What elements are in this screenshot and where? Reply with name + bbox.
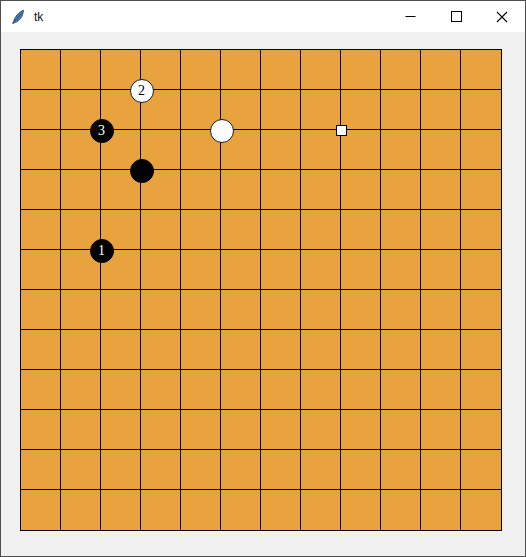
- board-cell: [61, 450, 101, 490]
- canvas-area: 123: [1, 32, 525, 556]
- board-cell: [181, 330, 221, 370]
- board-cell: [221, 290, 261, 330]
- board-cell: [301, 290, 341, 330]
- board-cell: [421, 210, 461, 250]
- board-cell: [141, 490, 181, 530]
- board-cell: [141, 330, 181, 370]
- maximize-icon: [451, 11, 462, 22]
- board-cell: [461, 250, 501, 290]
- window-controls: [387, 1, 525, 32]
- board-cell: [101, 330, 141, 370]
- board-cell: [381, 490, 421, 530]
- board-cell: [421, 330, 461, 370]
- board-cell: [101, 410, 141, 450]
- minimize-icon: [405, 11, 416, 22]
- board-cell: [261, 250, 301, 290]
- board-cell: [381, 290, 421, 330]
- board-cell: [461, 290, 501, 330]
- board-cell: [421, 370, 461, 410]
- board-cell: [341, 170, 381, 210]
- board-cell: [181, 250, 221, 290]
- board-cell: [141, 450, 181, 490]
- board-cell: [61, 290, 101, 330]
- board-cell: [381, 170, 421, 210]
- board-cell: [461, 210, 501, 250]
- board-cell: [21, 450, 61, 490]
- board-cell: [381, 410, 421, 450]
- board-cell: [341, 490, 381, 530]
- maximize-button[interactable]: [433, 1, 479, 32]
- board-cell: [341, 210, 381, 250]
- minimize-button[interactable]: [387, 1, 433, 32]
- board-cell: [301, 130, 341, 170]
- board-cell: [421, 90, 461, 130]
- board-cell: [341, 450, 381, 490]
- board-cell: [21, 490, 61, 530]
- board-cell: [261, 50, 301, 90]
- board-cell: [261, 210, 301, 250]
- board-cell: [421, 130, 461, 170]
- board-cell: [61, 170, 101, 210]
- board-cell: [461, 490, 501, 530]
- board-cell: [21, 330, 61, 370]
- go-stone-white[interactable]: [210, 119, 234, 143]
- board-cell: [381, 50, 421, 90]
- board-cell: [221, 490, 261, 530]
- board-cell: [61, 490, 101, 530]
- board-cell: [301, 370, 341, 410]
- go-stone-black-3[interactable]: 3: [90, 119, 114, 143]
- board-cell: [221, 370, 261, 410]
- board-cell: [421, 410, 461, 450]
- board-cell: [301, 210, 341, 250]
- board-cell: [261, 90, 301, 130]
- board-cell: [141, 210, 181, 250]
- board-cell: [181, 290, 221, 330]
- board-cell: [341, 370, 381, 410]
- board-cell: [301, 450, 341, 490]
- board-cell: [381, 250, 421, 290]
- board-cell: [421, 250, 461, 290]
- go-stone-black[interactable]: [130, 159, 154, 183]
- board-cell: [181, 410, 221, 450]
- board-cell: [101, 290, 141, 330]
- board-cell: [421, 490, 461, 530]
- board-cell: [461, 90, 501, 130]
- go-board[interactable]: 123: [20, 49, 502, 531]
- board-cell: [261, 290, 301, 330]
- board-cell: [141, 250, 181, 290]
- close-button[interactable]: [479, 1, 525, 32]
- board-cell: [461, 450, 501, 490]
- board-cell: [461, 410, 501, 450]
- board-cell: [421, 170, 461, 210]
- board-cell: [261, 370, 301, 410]
- board-cell: [261, 170, 301, 210]
- board-cell: [21, 210, 61, 250]
- board-cell: [221, 210, 261, 250]
- board-cell: [21, 170, 61, 210]
- board-cell: [341, 50, 381, 90]
- board-cell: [181, 50, 221, 90]
- board-cell: [301, 490, 341, 530]
- board-cell: [461, 170, 501, 210]
- board-cell: [381, 210, 421, 250]
- board-cell: [101, 490, 141, 530]
- board-cell: [301, 330, 341, 370]
- board-cell: [21, 50, 61, 90]
- board-cell: [301, 50, 341, 90]
- app-window: tk 123: [0, 0, 526, 557]
- board-cell: [221, 170, 261, 210]
- board-cell: [101, 370, 141, 410]
- board-cell: [341, 130, 381, 170]
- board-cell: [341, 90, 381, 130]
- board-cell: [261, 450, 301, 490]
- board-cell: [21, 90, 61, 130]
- board-cell: [181, 370, 221, 410]
- board-cell: [341, 290, 381, 330]
- board-cell: [461, 330, 501, 370]
- board-cell: [261, 130, 301, 170]
- board-cell: [341, 330, 381, 370]
- board-cell: [61, 410, 101, 450]
- window-title: tk: [34, 10, 43, 24]
- board-cell: [21, 370, 61, 410]
- board-cell: [461, 50, 501, 90]
- board-cell: [421, 450, 461, 490]
- board-cell: [21, 250, 61, 290]
- board-cell: [21, 410, 61, 450]
- board-cell: [21, 130, 61, 170]
- board-cell: [381, 130, 421, 170]
- board-cell: [301, 170, 341, 210]
- board-cell: [261, 330, 301, 370]
- board-cell: [181, 210, 221, 250]
- go-stone-black-1[interactable]: 1: [90, 239, 114, 263]
- board-cell: [181, 170, 221, 210]
- board-cell: [221, 250, 261, 290]
- board-cell: [61, 330, 101, 370]
- board-cell: [141, 290, 181, 330]
- board-cell: [461, 370, 501, 410]
- board-cell: [461, 130, 501, 170]
- close-icon: [496, 11, 508, 23]
- square-marker[interactable]: [336, 125, 347, 136]
- tkinter-feather-icon: [10, 9, 26, 25]
- board-cell: [101, 450, 141, 490]
- board-cell: [421, 50, 461, 90]
- board-cell: [261, 410, 301, 450]
- board-cell: [141, 370, 181, 410]
- board-cell: [301, 90, 341, 130]
- board-cell: [141, 410, 181, 450]
- board-cell: [61, 370, 101, 410]
- board-cell: [421, 290, 461, 330]
- board-cell: [221, 410, 261, 450]
- board-cell: [181, 450, 221, 490]
- board-cell: [221, 50, 261, 90]
- board-cell: [341, 410, 381, 450]
- go-stone-white-2[interactable]: 2: [130, 79, 154, 103]
- board-cell: [261, 490, 301, 530]
- board-cell: [61, 50, 101, 90]
- board-cell: [181, 490, 221, 530]
- board-cell: [381, 90, 421, 130]
- board-cell: [341, 250, 381, 290]
- board-cell: [381, 450, 421, 490]
- board-cell: [221, 450, 261, 490]
- board-cell: [301, 250, 341, 290]
- board-cell: [21, 290, 61, 330]
- board-cell: [381, 370, 421, 410]
- board-cell: [381, 330, 421, 370]
- board-cell: [301, 410, 341, 450]
- titlebar[interactable]: tk: [1, 1, 525, 32]
- board-cell: [221, 330, 261, 370]
